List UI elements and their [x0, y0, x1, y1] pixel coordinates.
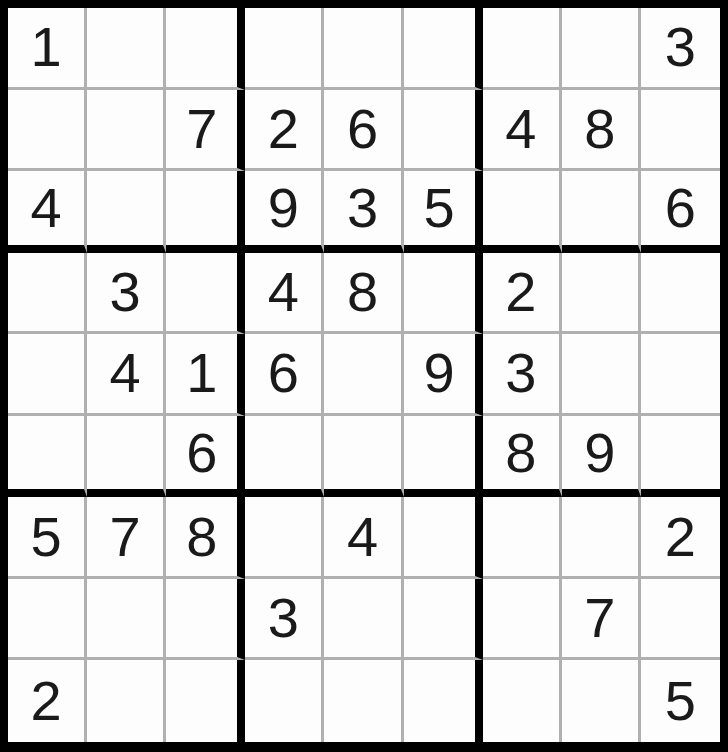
cell-r8c1[interactable]: [8, 579, 87, 661]
cell-r1c3[interactable]: [166, 8, 245, 90]
cell-r3c5[interactable]: 3: [324, 171, 403, 253]
cell-r4c4[interactable]: 4: [245, 253, 324, 335]
cell-r4c1[interactable]: [8, 253, 87, 335]
cell-r3c4[interactable]: 9: [245, 171, 324, 253]
cell-r8c2[interactable]: [87, 579, 166, 661]
cell-r1c6[interactable]: [404, 8, 483, 90]
cell-r4c8[interactable]: [562, 253, 641, 335]
cell-r5c8[interactable]: [562, 334, 641, 416]
cell-r6c2[interactable]: [87, 416, 166, 498]
cell-r2c7[interactable]: 4: [483, 90, 562, 172]
cell-r4c5[interactable]: 8: [324, 253, 403, 335]
cell-r5c4[interactable]: 6: [245, 334, 324, 416]
cell-r4c7[interactable]: 2: [483, 253, 562, 335]
cell-r8c5[interactable]: [324, 579, 403, 661]
cell-r9c1[interactable]: 2: [8, 660, 87, 742]
cell-r3c1[interactable]: 4: [8, 171, 87, 253]
cell-r5c6[interactable]: 9: [404, 334, 483, 416]
cell-r6c9[interactable]: [641, 416, 720, 498]
cell-r4c2[interactable]: 3: [87, 253, 166, 335]
cell-r6c5[interactable]: [324, 416, 403, 498]
cell-r2c2[interactable]: [87, 90, 166, 172]
cell-r9c2[interactable]: [87, 660, 166, 742]
cell-r1c9[interactable]: 3: [641, 8, 720, 90]
cell-r3c8[interactable]: [562, 171, 641, 253]
cell-r6c8[interactable]: 9: [562, 416, 641, 498]
cell-r9c5[interactable]: [324, 660, 403, 742]
cell-r7c1[interactable]: 5: [8, 497, 87, 579]
cell-r6c4[interactable]: [245, 416, 324, 498]
cell-r9c8[interactable]: [562, 660, 641, 742]
sudoku-board: 137264849356348241693689578423725: [0, 0, 728, 752]
cell-r5c1[interactable]: [8, 334, 87, 416]
cell-r8c3[interactable]: [166, 579, 245, 661]
cell-r7c8[interactable]: [562, 497, 641, 579]
cell-r9c4[interactable]: [245, 660, 324, 742]
cell-r6c1[interactable]: [8, 416, 87, 498]
cell-r5c7[interactable]: 3: [483, 334, 562, 416]
cell-r2c1[interactable]: [8, 90, 87, 172]
cell-r9c3[interactable]: [166, 660, 245, 742]
cell-r2c3[interactable]: 7: [166, 90, 245, 172]
cell-r2c8[interactable]: 8: [562, 90, 641, 172]
cell-r4c6[interactable]: [404, 253, 483, 335]
cell-r1c5[interactable]: [324, 8, 403, 90]
cell-r6c7[interactable]: 8: [483, 416, 562, 498]
cell-r5c3[interactable]: 1: [166, 334, 245, 416]
cell-r3c9[interactable]: 6: [641, 171, 720, 253]
cell-r9c9[interactable]: 5: [641, 660, 720, 742]
cell-r7c3[interactable]: 8: [166, 497, 245, 579]
cell-r8c4[interactable]: 3: [245, 579, 324, 661]
cell-r1c4[interactable]: [245, 8, 324, 90]
cell-r8c6[interactable]: [404, 579, 483, 661]
cell-r8c7[interactable]: [483, 579, 562, 661]
cell-r4c3[interactable]: [166, 253, 245, 335]
cell-r9c7[interactable]: [483, 660, 562, 742]
cell-r3c7[interactable]: [483, 171, 562, 253]
cell-r1c1[interactable]: 1: [8, 8, 87, 90]
cell-r2c9[interactable]: [641, 90, 720, 172]
cell-r4c9[interactable]: [641, 253, 720, 335]
cell-r6c3[interactable]: 6: [166, 416, 245, 498]
cell-r8c8[interactable]: 7: [562, 579, 641, 661]
cell-r2c4[interactable]: 2: [245, 90, 324, 172]
cell-r1c8[interactable]: [562, 8, 641, 90]
cell-r7c9[interactable]: 2: [641, 497, 720, 579]
cell-r1c2[interactable]: [87, 8, 166, 90]
cell-r3c2[interactable]: [87, 171, 166, 253]
cell-r8c9[interactable]: [641, 579, 720, 661]
cell-r5c2[interactable]: 4: [87, 334, 166, 416]
cell-r6c6[interactable]: [404, 416, 483, 498]
cell-r2c5[interactable]: 6: [324, 90, 403, 172]
cell-r5c9[interactable]: [641, 334, 720, 416]
cell-r7c6[interactable]: [404, 497, 483, 579]
cell-r3c3[interactable]: [166, 171, 245, 253]
cell-r7c4[interactable]: [245, 497, 324, 579]
cell-r1c7[interactable]: [483, 8, 562, 90]
cell-r7c2[interactable]: 7: [87, 497, 166, 579]
cell-r5c5[interactable]: [324, 334, 403, 416]
cell-r7c7[interactable]: [483, 497, 562, 579]
cell-r7c5[interactable]: 4: [324, 497, 403, 579]
cell-r2c6[interactable]: [404, 90, 483, 172]
cell-r3c6[interactable]: 5: [404, 171, 483, 253]
cell-r9c6[interactable]: [404, 660, 483, 742]
